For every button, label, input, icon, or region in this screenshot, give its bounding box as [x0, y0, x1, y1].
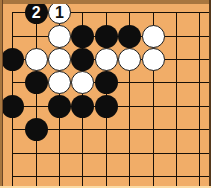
intersection[interactable] [118, 1, 141, 24]
black-stone [95, 71, 118, 94]
intersection[interactable] [1, 1, 24, 24]
white-stone [48, 25, 71, 48]
move-number-label: 2 [32, 4, 41, 20]
black-stone [95, 95, 118, 118]
intersection [95, 24, 118, 47]
intersection [71, 24, 94, 47]
black-stone [25, 71, 48, 94]
intersection[interactable] [118, 165, 141, 188]
intersection[interactable] [118, 71, 141, 94]
intersection [24, 71, 47, 94]
intersection[interactable] [165, 118, 188, 141]
intersection[interactable] [165, 141, 188, 164]
intersection [48, 48, 71, 71]
intersection [71, 48, 94, 71]
intersection[interactable] [165, 95, 188, 118]
board-frame-left [0, 0, 3, 188]
black-stone [71, 48, 94, 71]
board-frame-bottom [0, 186, 211, 189]
intersection[interactable] [95, 165, 118, 188]
intersection: 1 [48, 1, 71, 24]
intersection [141, 24, 164, 47]
intersection[interactable] [165, 71, 188, 94]
intersection[interactable] [1, 118, 24, 141]
intersection [95, 71, 118, 94]
intersection[interactable] [118, 95, 141, 118]
intersection [24, 118, 47, 141]
white-stone [118, 48, 141, 71]
white-stone [142, 25, 165, 48]
black-stone [71, 95, 94, 118]
intersection[interactable] [1, 141, 24, 164]
intersection [95, 48, 118, 71]
intersection [71, 71, 94, 94]
intersection [118, 48, 141, 71]
intersection[interactable] [24, 165, 47, 188]
white-stone [48, 48, 71, 71]
intersection [1, 95, 24, 118]
intersection [24, 48, 47, 71]
intersection [118, 24, 141, 47]
intersection[interactable] [141, 118, 164, 141]
board-frame-right [209, 0, 212, 188]
board-frame-top [0, 0, 211, 4]
intersection[interactable] [24, 95, 47, 118]
black-stone [25, 118, 48, 141]
black-stone [118, 25, 141, 48]
intersection[interactable] [1, 165, 24, 188]
intersection [1, 48, 24, 71]
intersection[interactable] [141, 165, 164, 188]
white-stone [71, 71, 94, 94]
intersection[interactable] [141, 141, 164, 164]
go-board-grid: 21 [1, 1, 211, 188]
intersection [141, 48, 164, 71]
intersection[interactable] [48, 165, 71, 188]
intersection[interactable] [95, 118, 118, 141]
intersection[interactable] [48, 118, 71, 141]
intersection[interactable] [118, 118, 141, 141]
intersection[interactable] [71, 118, 94, 141]
intersection[interactable] [1, 24, 24, 47]
move-number-label: 1 [55, 4, 64, 20]
intersection[interactable] [95, 141, 118, 164]
intersection[interactable] [24, 141, 47, 164]
intersection[interactable] [95, 1, 118, 24]
black-stone [1, 48, 24, 71]
intersection [95, 95, 118, 118]
intersection[interactable] [1, 71, 24, 94]
intersection[interactable] [141, 71, 164, 94]
black-stone [95, 25, 118, 48]
intersection [48, 71, 71, 94]
white-stone [142, 48, 165, 71]
intersection[interactable] [165, 24, 188, 47]
white-stone [48, 71, 71, 94]
black-stone [1, 95, 24, 118]
black-stone [48, 95, 71, 118]
intersection[interactable] [118, 141, 141, 164]
intersection: 2 [24, 1, 47, 24]
intersection[interactable] [165, 48, 188, 71]
intersection [71, 95, 94, 118]
intersection[interactable] [165, 165, 188, 188]
intersection[interactable] [141, 1, 164, 24]
white-stone [95, 48, 118, 71]
black-stone [71, 25, 94, 48]
intersection[interactable] [165, 1, 188, 24]
intersection[interactable] [141, 95, 164, 118]
intersection [48, 95, 71, 118]
black-stone-move-2: 2 [25, 1, 48, 24]
intersection[interactable] [48, 141, 71, 164]
white-stone [25, 48, 48, 71]
intersection[interactable] [71, 1, 94, 24]
intersection [48, 24, 71, 47]
intersection[interactable] [24, 24, 47, 47]
white-stone-move-1: 1 [48, 1, 71, 24]
intersection[interactable] [71, 141, 94, 164]
intersection[interactable] [71, 165, 94, 188]
go-diagram: 21 [0, 0, 211, 188]
